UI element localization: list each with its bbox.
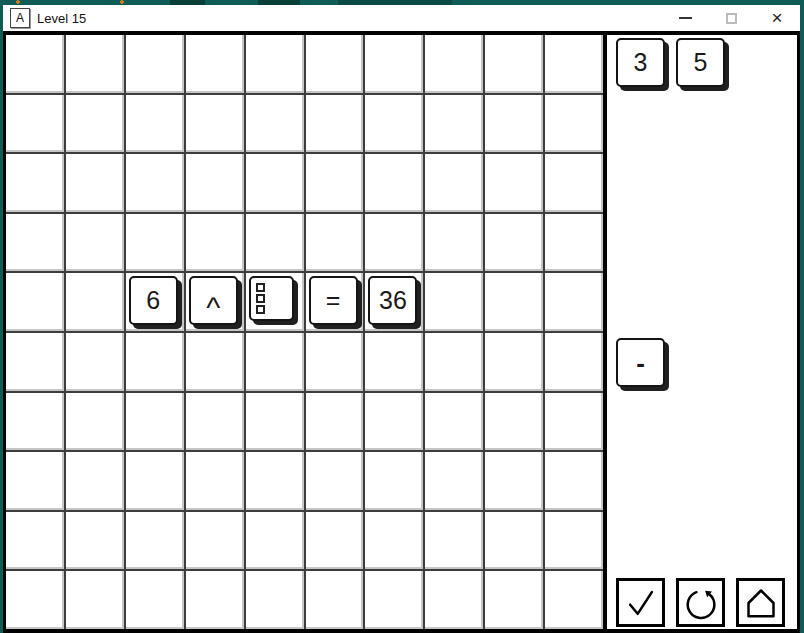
board-cell-r9c4[interactable] bbox=[186, 512, 244, 570]
board-cell-r1c8[interactable] bbox=[425, 35, 483, 93]
board-cell-r5c7[interactable]: 36 bbox=[365, 273, 423, 331]
home-button[interactable] bbox=[736, 578, 785, 627]
puzzle-board: 6^=36 bbox=[6, 35, 603, 629]
board-cell-r7c4[interactable] bbox=[186, 393, 244, 451]
tile-tray-panel: 3 5 - bbox=[607, 35, 797, 629]
board-cell-r6c4[interactable] bbox=[186, 333, 244, 391]
board-tile-^[interactable]: ^ bbox=[189, 276, 238, 325]
board-cell-r10c1[interactable] bbox=[6, 571, 64, 629]
board-cell-r8c6[interactable] bbox=[306, 452, 364, 510]
app-icon: A bbox=[10, 8, 30, 28]
board-tile-36[interactable]: 36 bbox=[368, 276, 417, 325]
board-cell-r8c3[interactable] bbox=[126, 452, 184, 510]
board-cell-r10c10[interactable] bbox=[545, 571, 603, 629]
board-cell-r7c5[interactable] bbox=[246, 393, 304, 451]
board-cell-r6c8[interactable] bbox=[425, 333, 483, 391]
board-cell-r3c8[interactable] bbox=[425, 154, 483, 212]
minimize-button[interactable] bbox=[662, 5, 708, 31]
board-cell-r4c8[interactable] bbox=[425, 214, 483, 272]
board-cell-r4c4[interactable] bbox=[186, 214, 244, 272]
board-cell-r3c10[interactable] bbox=[545, 154, 603, 212]
board-cell-r6c1[interactable] bbox=[6, 333, 64, 391]
window-title: Level 15 bbox=[37, 11, 86, 26]
app-window: A Level 15 × 6^=36 3 5 - bbox=[3, 5, 800, 633]
board-cell-r5c9[interactable] bbox=[485, 273, 543, 331]
slot-square-icon bbox=[256, 283, 265, 292]
restart-button[interactable] bbox=[676, 578, 725, 627]
board-cell-r8c8[interactable] bbox=[425, 452, 483, 510]
board-cell-r1c2[interactable] bbox=[66, 35, 124, 93]
board-cell-r1c9[interactable] bbox=[485, 35, 543, 93]
board-cell-r6c7[interactable] bbox=[365, 333, 423, 391]
maximize-button bbox=[708, 5, 754, 31]
board-cell-r7c10[interactable] bbox=[545, 393, 603, 451]
board-empty-slot-tile[interactable] bbox=[249, 276, 294, 321]
board-cell-r4c7[interactable] bbox=[365, 214, 423, 272]
board-cell-r9c6[interactable] bbox=[306, 512, 364, 570]
board-cell-r10c5[interactable] bbox=[246, 571, 304, 629]
tray-tile-5[interactable]: 5 bbox=[676, 38, 725, 87]
board-cell-r8c4[interactable] bbox=[186, 452, 244, 510]
board-cell-r8c7[interactable] bbox=[365, 452, 423, 510]
board-cell-r6c9[interactable] bbox=[485, 333, 543, 391]
board-cell-r1c4[interactable] bbox=[186, 35, 244, 93]
board-cell-r8c2[interactable] bbox=[66, 452, 124, 510]
board-cell-r7c7[interactable] bbox=[365, 393, 423, 451]
board-cell-r2c6[interactable] bbox=[306, 95, 364, 153]
board-cell-r3c6[interactable] bbox=[306, 154, 364, 212]
board-cell-r2c2[interactable] bbox=[66, 95, 124, 153]
board-cell-r9c3[interactable] bbox=[126, 512, 184, 570]
slot-square-icon bbox=[256, 294, 265, 303]
board-cell-r9c7[interactable] bbox=[365, 512, 423, 570]
board-cell-r1c6[interactable] bbox=[306, 35, 364, 93]
board-cell-r6c5[interactable] bbox=[246, 333, 304, 391]
board-cell-r2c3[interactable] bbox=[126, 95, 184, 153]
board-cell-r3c9[interactable] bbox=[485, 154, 543, 212]
maximize-icon bbox=[726, 13, 737, 24]
board-cell-r10c7[interactable] bbox=[365, 571, 423, 629]
minimize-icon bbox=[679, 17, 692, 19]
board-cell-r1c10[interactable] bbox=[545, 35, 603, 93]
check-button[interactable] bbox=[616, 578, 665, 627]
home-house-icon bbox=[741, 583, 781, 623]
board-cell-r9c9[interactable] bbox=[485, 512, 543, 570]
checkmark-icon bbox=[621, 583, 661, 623]
board-cell-r8c5[interactable] bbox=[246, 452, 304, 510]
close-icon: × bbox=[771, 8, 782, 27]
board-cell-r5c10[interactable] bbox=[545, 273, 603, 331]
board-cell-r4c2[interactable] bbox=[66, 214, 124, 272]
board-cell-r3c4[interactable] bbox=[186, 154, 244, 212]
board-cell-r3c7[interactable] bbox=[365, 154, 423, 212]
board-cell-r10c6[interactable] bbox=[306, 571, 364, 629]
board-cell-r8c9[interactable] bbox=[485, 452, 543, 510]
board-cell-r10c3[interactable] bbox=[126, 571, 184, 629]
board-cell-r2c1[interactable] bbox=[6, 95, 64, 153]
title-bar[interactable]: A Level 15 × bbox=[3, 5, 800, 31]
board-cell-r2c7[interactable] bbox=[365, 95, 423, 153]
board-cell-r5c1[interactable] bbox=[6, 273, 64, 331]
board-cell-r3c5[interactable] bbox=[246, 154, 304, 212]
board-cell-r2c4[interactable] bbox=[186, 95, 244, 153]
board-tile-6[interactable]: 6 bbox=[129, 276, 178, 325]
board-cell-r4c6[interactable] bbox=[306, 214, 364, 272]
board-tile-=[interactable]: = bbox=[309, 276, 358, 325]
board-cell-r10c2[interactable] bbox=[66, 571, 124, 629]
board-cell-r5c6[interactable]: = bbox=[306, 273, 364, 331]
close-button[interactable]: × bbox=[754, 5, 800, 31]
board-cell-r3c1[interactable] bbox=[6, 154, 64, 212]
board-cell-r5c5[interactable] bbox=[246, 273, 304, 331]
board-cell-r7c8[interactable] bbox=[425, 393, 483, 451]
board-cell-r1c5[interactable] bbox=[246, 35, 304, 93]
board-cell-r3c3[interactable] bbox=[126, 154, 184, 212]
board-cell-r9c8[interactable] bbox=[425, 512, 483, 570]
tray-tile-3[interactable]: 3 bbox=[616, 38, 665, 87]
board-cell-r9c1[interactable] bbox=[6, 512, 64, 570]
board-cell-r3c2[interactable] bbox=[66, 154, 124, 212]
board-cell-r8c1[interactable] bbox=[6, 452, 64, 510]
board-cell-r1c7[interactable] bbox=[365, 35, 423, 93]
board-cell-r1c3[interactable] bbox=[126, 35, 184, 93]
board-cell-r7c9[interactable] bbox=[485, 393, 543, 451]
board-cell-r5c2[interactable] bbox=[66, 273, 124, 331]
board-cell-r4c5[interactable] bbox=[246, 214, 304, 272]
board-cell-r2c10[interactable] bbox=[545, 95, 603, 153]
restart-circular-arrow-icon bbox=[681, 583, 721, 623]
window-controls: × bbox=[662, 5, 800, 31]
board-cell-r10c9[interactable] bbox=[485, 571, 543, 629]
board-cell-r7c1[interactable] bbox=[6, 393, 64, 451]
board-cell-r5c4[interactable]: ^ bbox=[186, 273, 244, 331]
board-cell-r6c2[interactable] bbox=[66, 333, 124, 391]
board-cell-r2c9[interactable] bbox=[485, 95, 543, 153]
board-cell-r2c5[interactable] bbox=[246, 95, 304, 153]
board-cell-r5c3[interactable]: 6 bbox=[126, 273, 184, 331]
window-content: 6^=36 3 5 - bbox=[3, 31, 800, 633]
board-cell-r6c3[interactable] bbox=[126, 333, 184, 391]
board-cell-r7c6[interactable] bbox=[306, 393, 364, 451]
board-cell-r9c2[interactable] bbox=[66, 512, 124, 570]
board-cell-r1c1[interactable] bbox=[6, 35, 64, 93]
slot-square-icon bbox=[256, 305, 265, 314]
board-cell-r10c4[interactable] bbox=[186, 571, 244, 629]
board-cell-r6c6[interactable] bbox=[306, 333, 364, 391]
board-cell-r6c10[interactable] bbox=[545, 333, 603, 391]
board-cell-r7c2[interactable] bbox=[66, 393, 124, 451]
caret-operator-glyph: ^ bbox=[206, 293, 220, 323]
board-cell-r7c3[interactable] bbox=[126, 393, 184, 451]
board-cell-r4c1[interactable] bbox=[6, 214, 64, 272]
board-cell-r10c8[interactable] bbox=[425, 571, 483, 629]
board-cell-r4c3[interactable] bbox=[126, 214, 184, 272]
tray-tile-minus[interactable]: - bbox=[616, 338, 665, 387]
board-cell-r8c10[interactable] bbox=[545, 452, 603, 510]
board-cell-r9c10[interactable] bbox=[545, 512, 603, 570]
board-cell-r2c8[interactable] bbox=[425, 95, 483, 153]
board-cell-r9c5[interactable] bbox=[246, 512, 304, 570]
board-cell-r5c8[interactable] bbox=[425, 273, 483, 331]
board-cell-r4c10[interactable] bbox=[545, 214, 603, 272]
board-cell-r4c9[interactable] bbox=[485, 214, 543, 272]
